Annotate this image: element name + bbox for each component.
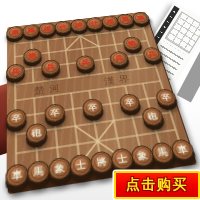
piece-character: 卒 — [157, 90, 175, 104]
piece-character: 炮 — [124, 38, 139, 49]
piece-black-r9c1[interactable]: 馬 — [27, 159, 51, 184]
xiangqi-board: 楚河 漢界 車馬相仕帥仕相馬車炮炮兵兵兵兵兵卒卒卒卒卒砲砲車馬象士將士象馬車 — [7, 12, 194, 185]
piece-character: 卒 — [84, 100, 101, 115]
board-scene: 楚河 漢界 車馬相仕帥仕相馬車炮炮兵兵兵兵兵卒卒卒卒卒砲砲車馬象士將士象馬車 — [0, 0, 200, 200]
buy-button[interactable]: 点击购买 — [114, 171, 200, 199]
piece-character: 兵 — [9, 65, 23, 78]
piece-black-r9c0[interactable]: 車 — [5, 162, 28, 188]
intersection-9-1: 馬 — [27, 159, 49, 183]
piece-character: 砲 — [143, 108, 161, 123]
piece-character: 車 — [172, 141, 192, 158]
board-grid: 車馬相仕帥仕相馬車炮炮兵兵兵兵兵卒卒卒卒卒砲砲車馬象士將士象馬車 — [5, 11, 194, 186]
piece-character: 兵 — [144, 48, 160, 60]
piece-character: 兵 — [43, 61, 58, 73]
piece-character: 士 — [72, 156, 90, 174]
intersection-9-2: 象 — [48, 155, 71, 179]
piece-character: 炮 — [26, 49, 40, 61]
piece-character: 砲 — [28, 125, 44, 141]
piece-character: 車 — [8, 165, 25, 184]
piece-character: 兵 — [78, 56, 93, 68]
product-photo: 楚河 漢界 車馬相仕帥仕相馬車炮炮兵兵兵兵兵卒卒卒卒卒砲砲車馬象士將士象馬車 点… — [0, 0, 200, 200]
piece-character: 馬 — [153, 144, 173, 162]
piece-character: 卒 — [121, 95, 138, 109]
piece-character: 將 — [92, 153, 111, 171]
piece-character: 卒 — [47, 105, 63, 120]
intersection-9-8: 車 — [169, 137, 195, 159]
piece-character: 象 — [51, 159, 69, 178]
piece-character: 士 — [113, 150, 132, 168]
buy-button-label: 点击购买 — [126, 176, 188, 194]
intersection-9-0: 車 — [5, 162, 27, 186]
piece-character: 卒 — [8, 110, 23, 125]
piece-black-r9c8[interactable]: 車 — [169, 138, 196, 162]
piece-character: 兵 — [111, 52, 127, 64]
piece-character: 象 — [133, 147, 152, 165]
intersection-9-3: 士 — [68, 152, 91, 175]
piece-character: 馬 — [30, 162, 47, 181]
